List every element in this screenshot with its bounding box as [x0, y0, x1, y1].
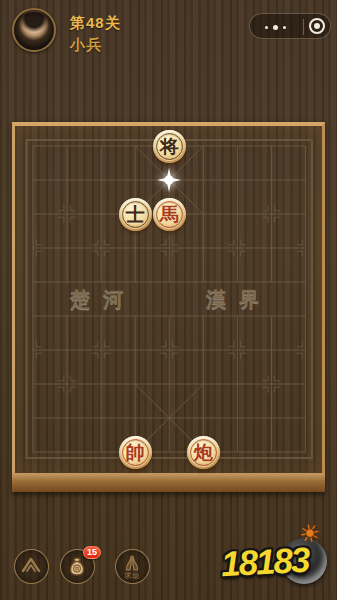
piece-red-horse[interactable]: 馬 — [153, 198, 186, 231]
board-grid-lines — [0, 0, 337, 600]
piece-red-general[interactable]: 帥 — [119, 436, 152, 469]
piece-black-advisor[interactable]: 士 — [119, 198, 152, 231]
hint-count-badge: 15 — [83, 546, 101, 559]
piece-character: 帥 — [126, 443, 145, 462]
site-watermark: ☀ 18183 — [221, 524, 333, 590]
piece-character: 士 — [126, 205, 145, 224]
menu-button[interactable] — [14, 549, 49, 584]
piece-character: 馬 — [160, 205, 179, 224]
piece-character: 将 — [160, 137, 179, 156]
river-label-left: 楚河 — [70, 286, 136, 313]
help-button-label: 求助 — [116, 571, 149, 581]
xiangqi-app-screen: 第48关 小兵 楚河 漢界 将士馬帥炮 — [0, 0, 337, 600]
river-label-right: 漢界 — [206, 286, 272, 313]
piece-red-cannon[interactable]: 炮 — [187, 436, 220, 469]
watermark-text: 18183 — [220, 540, 309, 585]
help-button[interactable]: 求助 — [115, 549, 150, 584]
piece-character: 炮 — [194, 443, 213, 462]
piece-black-general[interactable]: 将 — [153, 130, 186, 163]
